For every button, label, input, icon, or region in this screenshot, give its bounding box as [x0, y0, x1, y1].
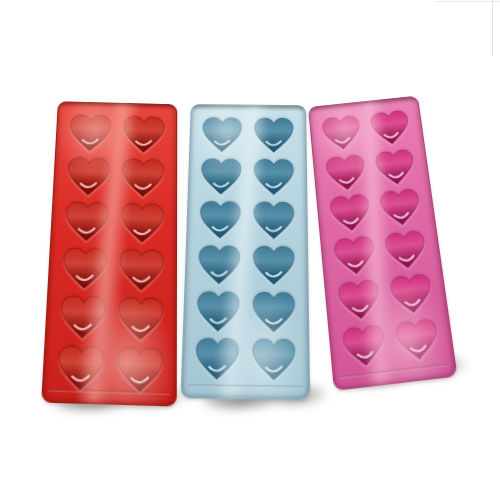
heart-mold-cavity: [117, 157, 167, 199]
heart-mold-cavity: [326, 192, 375, 235]
heart-mold-cavity: [196, 199, 245, 240]
heart-mold-cavity: [65, 113, 115, 153]
tray-face: [180, 104, 310, 400]
heart-mold-cavity: [119, 114, 168, 154]
heart-mold-cavity: [250, 200, 298, 241]
heart-mold-cavity: [376, 186, 426, 229]
photo-edge-artifact: [492, 0, 493, 56]
heart-mold-cavity: [248, 337, 299, 383]
heart-mold-cavity: [334, 277, 385, 323]
heart-mold-cavity: [367, 108, 415, 148]
heart-mold-cavity: [250, 116, 297, 154]
heart-mold-cavity: [249, 290, 299, 334]
pink-heart-ice-tray: [308, 96, 458, 391]
heart-mold-cavity: [55, 294, 109, 341]
red-heart-ice-tray: [41, 101, 177, 406]
heart-mold-cavity: [249, 244, 298, 286]
photo-background: [0, 0, 500, 500]
tray-face: [308, 96, 458, 391]
heart-mold-cavity: [386, 271, 438, 317]
heart-mold-cavity: [116, 201, 167, 245]
heart-mold-cavity: [371, 146, 420, 187]
heart-mold-cavity: [58, 246, 111, 291]
heart-mold-cavity: [250, 157, 298, 196]
heart-mold-cavity: [339, 322, 391, 370]
heart-mold-cavity: [52, 344, 108, 393]
heart-mold-cavity: [192, 337, 244, 383]
heart-mold-cavity: [62, 155, 113, 197]
heart-mold-cavity: [330, 234, 380, 278]
heart-mold-cavity: [113, 295, 166, 342]
heart-mold-cavity: [198, 157, 246, 196]
heart-mold-cavity: [199, 115, 246, 153]
heart-mold-cavity: [112, 345, 167, 394]
mold-grid: [182, 105, 310, 399]
heart-mold-cavity: [193, 289, 244, 333]
mold-grid: [309, 97, 456, 390]
mold-grid: [42, 102, 176, 405]
tray-face: [41, 101, 177, 406]
heart-mold-cavity: [322, 152, 370, 193]
heart-mold-cavity: [195, 243, 245, 285]
heart-mold-cavity: [391, 316, 444, 364]
photo-edge-artifact: [436, 1, 500, 2]
heart-mold-cavity: [60, 200, 112, 244]
heart-mold-cavity: [115, 247, 167, 292]
heart-mold-cavity: [381, 228, 432, 272]
blue-heart-ice-tray: [180, 104, 310, 400]
heart-mold-cavity: [319, 113, 367, 153]
